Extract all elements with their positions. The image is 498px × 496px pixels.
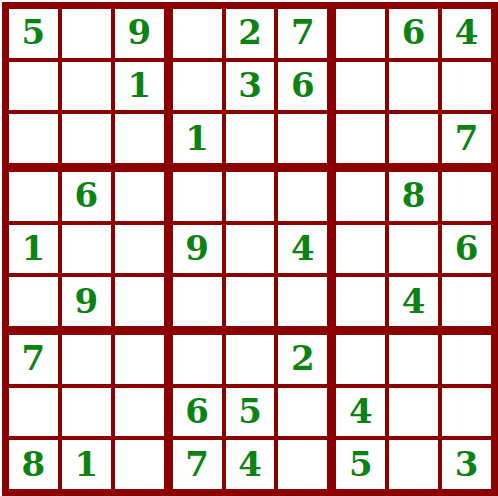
sudoku-cell-r7c6[interactable]: 2 xyxy=(278,335,327,384)
sudoku-cell-r6c1[interactable] xyxy=(9,277,58,326)
sudoku-cell-r6c4[interactable] xyxy=(173,277,222,326)
given-digit: 2 xyxy=(291,341,315,375)
sudoku-cell-r8c6[interactable] xyxy=(278,388,327,437)
sudoku-cell-r6c6[interactable] xyxy=(278,277,327,326)
given-digit: 6 xyxy=(74,178,98,212)
given-digit: 9 xyxy=(185,231,209,265)
sudoku-cell-r4c8[interactable]: 8 xyxy=(389,172,438,221)
given-digit: 7 xyxy=(455,121,479,155)
sudoku-cell-r4c2[interactable]: 6 xyxy=(62,172,111,221)
sudoku-cell-r5c9[interactable]: 6 xyxy=(442,225,491,274)
given-digit: 3 xyxy=(238,68,262,102)
sudoku-cell-r6c8[interactable]: 4 xyxy=(389,277,438,326)
sudoku-cell-r2c2[interactable] xyxy=(62,62,111,111)
sudoku-cell-r6c7[interactable] xyxy=(336,277,385,326)
given-digit: 4 xyxy=(455,15,479,49)
sudoku-cell-r8c7[interactable]: 4 xyxy=(336,388,385,437)
sudoku-box-2: 27361 xyxy=(173,9,328,163)
sudoku-cell-r3c6[interactable] xyxy=(278,114,327,163)
sudoku-cell-r9c2[interactable]: 1 xyxy=(62,440,111,489)
given-digit: 1 xyxy=(127,68,151,102)
given-digit: 5 xyxy=(22,15,46,49)
given-digit: 8 xyxy=(402,178,426,212)
given-digit: 4 xyxy=(349,394,373,428)
sudoku-cell-r4c1[interactable] xyxy=(9,172,58,221)
given-digit: 9 xyxy=(74,284,98,318)
sudoku-cell-r7c8[interactable] xyxy=(389,335,438,384)
given-digit: 6 xyxy=(402,15,426,49)
sudoku-box-3: 647 xyxy=(336,9,491,163)
given-digit: 7 xyxy=(185,447,209,481)
sudoku-cell-r6c3[interactable] xyxy=(115,277,164,326)
sudoku-cell-r3c9[interactable]: 7 xyxy=(442,114,491,163)
sudoku-cell-r4c5[interactable] xyxy=(226,172,275,221)
sudoku-cell-r7c2[interactable] xyxy=(62,335,111,384)
sudoku-cell-r1c8[interactable]: 6 xyxy=(389,9,438,58)
sudoku-cell-r2c4[interactable] xyxy=(173,62,222,111)
given-digit: 5 xyxy=(238,394,262,428)
given-digit: 6 xyxy=(455,231,479,265)
sudoku-cell-r7c9[interactable] xyxy=(442,335,491,384)
sudoku-cell-r2c5[interactable]: 3 xyxy=(226,62,275,111)
given-digit: 4 xyxy=(291,231,315,265)
sudoku-box-7: 781 xyxy=(9,335,164,489)
sudoku-cell-r2c9[interactable] xyxy=(442,62,491,111)
sudoku-cell-r2c7[interactable] xyxy=(336,62,385,111)
sudoku-cell-r7c7[interactable] xyxy=(336,335,385,384)
sudoku-cell-r1c1[interactable]: 5 xyxy=(9,9,58,58)
sudoku-cell-r4c3[interactable] xyxy=(115,172,164,221)
given-digit: 1 xyxy=(22,231,46,265)
sudoku-cell-r4c4[interactable] xyxy=(173,172,222,221)
sudoku-cell-r5c2[interactable] xyxy=(62,225,111,274)
sudoku-cell-r5c7[interactable] xyxy=(336,225,385,274)
given-digit: 4 xyxy=(402,284,426,318)
sudoku-box-5: 94 xyxy=(173,172,328,326)
sudoku-cell-r9c9[interactable]: 3 xyxy=(442,440,491,489)
sudoku-cell-r7c5[interactable] xyxy=(226,335,275,384)
sudoku-cell-r2c6[interactable]: 6 xyxy=(278,62,327,111)
sudoku-cell-r3c3[interactable] xyxy=(115,114,164,163)
sudoku-box-8: 26574 xyxy=(173,335,328,489)
given-digit: 5 xyxy=(349,447,373,481)
sudoku-cell-r9c3[interactable] xyxy=(115,440,164,489)
sudoku-cell-r5c6[interactable]: 4 xyxy=(278,225,327,274)
sudoku-cell-r9c4[interactable]: 7 xyxy=(173,440,222,489)
sudoku-cell-r1c3[interactable]: 9 xyxy=(115,9,164,58)
sudoku-cell-r8c2[interactable] xyxy=(62,388,111,437)
given-digit: 3 xyxy=(455,447,479,481)
sudoku-cell-r3c2[interactable] xyxy=(62,114,111,163)
sudoku-cell-r1c5[interactable]: 2 xyxy=(226,9,275,58)
sudoku-cell-r1c2[interactable] xyxy=(62,9,111,58)
sudoku-cell-r9c6[interactable] xyxy=(278,440,327,489)
sudoku-cell-r8c5[interactable]: 5 xyxy=(226,388,275,437)
sudoku-cell-r9c5[interactable]: 4 xyxy=(226,440,275,489)
sudoku-cell-r5c5[interactable] xyxy=(226,225,275,274)
sudoku-cell-r3c8[interactable] xyxy=(389,114,438,163)
given-digit: 1 xyxy=(185,121,209,155)
given-digit: 4 xyxy=(238,447,262,481)
sudoku-cell-r8c1[interactable] xyxy=(9,388,58,437)
sudoku-cell-r4c9[interactable] xyxy=(442,172,491,221)
given-digit: 6 xyxy=(185,394,209,428)
sudoku-cell-r6c9[interactable] xyxy=(442,277,491,326)
sudoku-cell-r8c3[interactable] xyxy=(115,388,164,437)
sudoku-cell-r8c8[interactable] xyxy=(389,388,438,437)
sudoku-cell-r3c4[interactable]: 1 xyxy=(173,114,222,163)
sudoku-cell-r3c7[interactable] xyxy=(336,114,385,163)
sudoku-cell-r3c1[interactable] xyxy=(9,114,58,163)
sudoku-cell-r9c8[interactable] xyxy=(389,440,438,489)
sudoku-cell-r1c9[interactable]: 4 xyxy=(442,9,491,58)
sudoku-box-6: 864 xyxy=(336,172,491,326)
sudoku-cell-r6c5[interactable] xyxy=(226,277,275,326)
sudoku-cell-r7c3[interactable] xyxy=(115,335,164,384)
sudoku-cell-r6c2[interactable]: 9 xyxy=(62,277,111,326)
sudoku-cell-r9c1[interactable]: 8 xyxy=(9,440,58,489)
sudoku-cell-r4c7[interactable] xyxy=(336,172,385,221)
sudoku-board: 591273616476199486478126574453 xyxy=(2,2,498,496)
sudoku-cell-r3c5[interactable] xyxy=(226,114,275,163)
sudoku-cell-r5c3[interactable] xyxy=(115,225,164,274)
given-digit: 6 xyxy=(291,68,315,102)
given-digit: 2 xyxy=(238,15,262,49)
sudoku-box-1: 591 xyxy=(9,9,164,163)
sudoku-cell-r1c7[interactable] xyxy=(336,9,385,58)
sudoku-cell-r8c9[interactable] xyxy=(442,388,491,437)
given-digit: 8 xyxy=(22,447,46,481)
given-digit: 1 xyxy=(74,447,98,481)
sudoku-cell-r8c4[interactable]: 6 xyxy=(173,388,222,437)
sudoku-cell-r5c4[interactable]: 9 xyxy=(173,225,222,274)
sudoku-box-4: 619 xyxy=(9,172,164,326)
sudoku-cell-r1c4[interactable] xyxy=(173,9,222,58)
sudoku-cell-r7c4[interactable] xyxy=(173,335,222,384)
sudoku-cell-r5c8[interactable] xyxy=(389,225,438,274)
given-digit: 7 xyxy=(22,341,46,375)
sudoku-cell-r2c3[interactable]: 1 xyxy=(115,62,164,111)
sudoku-cell-r2c1[interactable] xyxy=(9,62,58,111)
sudoku-box-9: 453 xyxy=(336,335,491,489)
sudoku-cell-r4c6[interactable] xyxy=(278,172,327,221)
sudoku-cell-r7c1[interactable]: 7 xyxy=(9,335,58,384)
given-digit: 9 xyxy=(127,15,151,49)
sudoku-cell-r9c7[interactable]: 5 xyxy=(336,440,385,489)
sudoku-cell-r5c1[interactable]: 1 xyxy=(9,225,58,274)
given-digit: 7 xyxy=(291,15,315,49)
sudoku-cell-r2c8[interactable] xyxy=(389,62,438,111)
sudoku-cell-r1c6[interactable]: 7 xyxy=(278,9,327,58)
